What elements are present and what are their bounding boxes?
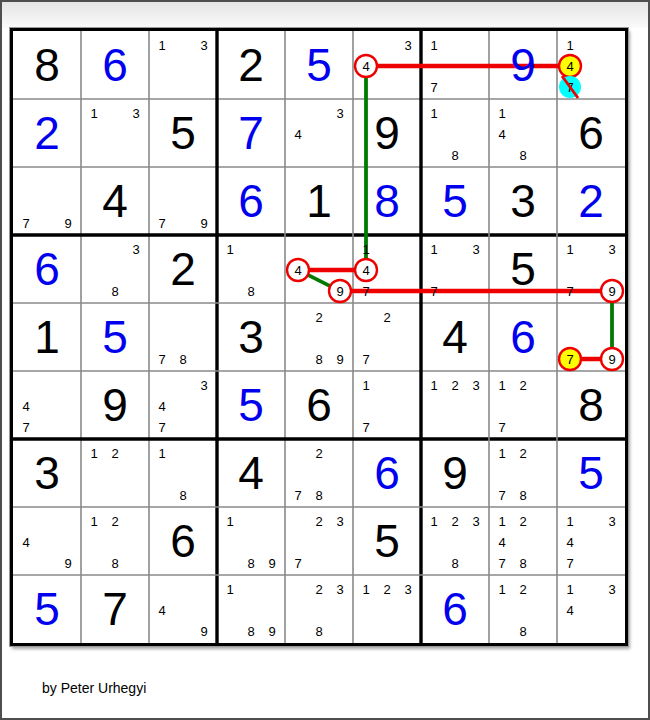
given-digit: 5	[510, 246, 536, 292]
solved-digit: 7	[238, 110, 264, 156]
cell-r9c4[interactable]: 189	[217, 575, 285, 643]
pencil-mark: 8	[519, 557, 526, 570]
pencil-mark: 9	[608, 285, 615, 298]
given-digit: 7	[102, 586, 128, 632]
pencil-mark: 7	[498, 489, 505, 502]
cell-r4c7[interactable]: 137	[421, 235, 489, 303]
cell-r7c3[interactable]: 18	[149, 439, 217, 507]
pencil-mark: 4	[362, 264, 369, 277]
cell-r4c9[interactable]: 1379	[557, 235, 625, 303]
pencil-mark: 8	[315, 489, 322, 502]
pencil-mark: 8	[247, 557, 254, 570]
cell-r8c3[interactable]: 6	[149, 507, 217, 575]
cell-r3c9[interactable]: 2	[557, 167, 625, 235]
cell-r8c9[interactable]: 1347	[557, 507, 625, 575]
pencil-mark: 3	[608, 583, 615, 596]
pencil-mark: 7	[158, 421, 165, 434]
cell-r6c2[interactable]: 9	[81, 371, 149, 439]
cell-r5c1[interactable]: 1	[13, 303, 81, 371]
pencil-mark: 3	[608, 515, 615, 528]
pencil-mark: 4	[294, 128, 301, 141]
pencil-mark: 3	[336, 515, 343, 528]
pencil-mark: 1	[430, 515, 437, 528]
pencil-mark: 1	[362, 583, 369, 596]
pencil-mark: 4	[566, 60, 573, 73]
pencil-mark: 7	[294, 489, 301, 502]
cell-r2c2[interactable]: 13	[81, 99, 149, 167]
cell-r1c7[interactable]: 17	[421, 31, 489, 99]
pencil-mark: 2	[383, 583, 390, 596]
pencil-mark: 2	[315, 515, 322, 528]
cell-r5c5[interactable]: 289	[285, 303, 353, 371]
pencil-mark: 2	[111, 515, 118, 528]
pencil-mark: 3	[132, 107, 139, 120]
given-digit: 9	[374, 110, 400, 156]
pencil-mark: 3	[404, 39, 411, 52]
pencil-mark: 2	[519, 379, 526, 392]
cell-r7c7[interactable]: 9	[421, 439, 489, 507]
cell-r9c6[interactable]: 123	[353, 575, 421, 643]
pencil-mark: 3	[336, 583, 343, 596]
solved-digit: 2	[578, 178, 604, 224]
solved-digit: 6	[238, 178, 264, 224]
pencil-mark: 9	[336, 353, 343, 366]
cell-r3c1[interactable]: 79	[13, 167, 81, 235]
cell-r4c8[interactable]: 5	[489, 235, 557, 303]
pencil-mark: 4	[22, 400, 29, 413]
pencil-mark: 1	[566, 583, 573, 596]
pencil-mark: 3	[404, 583, 411, 596]
cell-r1c1[interactable]: 8	[13, 31, 81, 99]
pencil-mark: 4	[498, 128, 505, 141]
cells-layer: 8613253417914721357349181486794796185326…	[13, 31, 625, 643]
given-digit: 4	[442, 314, 468, 360]
pencil-mark: 1	[566, 515, 573, 528]
cell-r7c6[interactable]: 6	[353, 439, 421, 507]
pencil-mark: 1	[430, 243, 437, 256]
pencil-mark: 9	[64, 557, 71, 570]
given-digit: 6	[170, 518, 196, 564]
pencil-mark: 8	[247, 285, 254, 298]
cell-r6c5[interactable]: 6	[285, 371, 353, 439]
pencil-mark: 4	[158, 604, 165, 617]
cell-r7c9[interactable]: 5	[557, 439, 625, 507]
cell-r6c4[interactable]: 5	[217, 371, 285, 439]
pencil-mark: 1	[226, 243, 233, 256]
pencil-mark: 7	[294, 557, 301, 570]
cell-r6c1[interactable]: 47	[13, 371, 81, 439]
pencil-mark: 8	[315, 353, 322, 366]
cell-r5c8[interactable]: 6	[489, 303, 557, 371]
pencil-mark: 1	[498, 447, 505, 460]
cell-r5c7[interactable]: 4	[421, 303, 489, 371]
pencil-mark: 7	[362, 285, 369, 298]
pencil-mark: 4	[22, 536, 29, 549]
given-digit: 6	[306, 382, 332, 428]
cell-r8c8[interactable]: 12478	[489, 507, 557, 575]
pencil-mark: 8	[519, 149, 526, 162]
pencil-mark: 2	[315, 583, 322, 596]
pencil-mark: 1	[90, 447, 97, 460]
cell-r4c5[interactable]: 49	[285, 235, 353, 303]
pencil-mark: 3	[608, 243, 615, 256]
given-digit: 1	[34, 314, 60, 360]
given-digit: 3	[238, 314, 264, 360]
pencil-mark: 2	[315, 447, 322, 460]
cell-r2c3[interactable]: 5	[149, 99, 217, 167]
pencil-mark: 8	[111, 285, 118, 298]
cell-r3c5[interactable]: 1	[285, 167, 353, 235]
cell-r6c6[interactable]: 17	[353, 371, 421, 439]
pencil-mark: 3	[132, 243, 139, 256]
cell-r3c6[interactable]: 8	[353, 167, 421, 235]
pencil-mark: 1	[90, 515, 97, 528]
pencil-mark: 7	[362, 353, 369, 366]
solved-digit: 6	[442, 586, 468, 632]
cell-r9c1[interactable]: 5	[13, 575, 81, 643]
cell-r9c3[interactable]: 49	[149, 575, 217, 643]
cell-r7c5[interactable]: 278	[285, 439, 353, 507]
pencil-mark: 8	[247, 625, 254, 638]
pencil-mark: 1	[362, 243, 369, 256]
pencil-mark: 7	[362, 421, 369, 434]
cell-r2c1[interactable]: 2	[13, 99, 81, 167]
cell-r9c2[interactable]: 7	[81, 575, 149, 643]
pencil-mark: 7	[22, 217, 29, 230]
pencil-mark: 2	[519, 583, 526, 596]
cell-r7c1[interactable]: 3	[13, 439, 81, 507]
solved-digit: 5	[34, 586, 60, 632]
solved-digit: 5	[442, 178, 468, 224]
solved-digit: 6	[374, 450, 400, 496]
given-digit: 4	[238, 450, 264, 496]
pencil-mark: 9	[268, 557, 275, 570]
cell-r4c3[interactable]: 2	[149, 235, 217, 303]
cell-r7c8[interactable]: 1278	[489, 439, 557, 507]
pencil-mark: 4	[362, 60, 369, 73]
pencil-mark: 9	[200, 217, 207, 230]
pencil-mark: 8	[451, 557, 458, 570]
cell-r5c3[interactable]: 78	[149, 303, 217, 371]
cell-r6c8[interactable]: 127	[489, 371, 557, 439]
pencil-mark: 1	[158, 447, 165, 460]
given-digit: 8	[34, 42, 60, 88]
pencil-mark: 8	[519, 489, 526, 502]
pencil-mark: 2	[451, 379, 458, 392]
pencil-mark: 9	[200, 625, 207, 638]
pencil-mark: 2	[519, 447, 526, 460]
pencil-mark: 9	[608, 353, 615, 366]
cell-r1c5[interactable]: 5	[285, 31, 353, 99]
pencil-mark: 8	[315, 625, 322, 638]
cell-r8c5[interactable]: 237	[285, 507, 353, 575]
cell-r2c8[interactable]: 148	[489, 99, 557, 167]
cell-r3c7[interactable]: 5	[421, 167, 489, 235]
pencil-mark: 7	[566, 557, 573, 570]
cell-r1c6[interactable]: 34	[353, 31, 421, 99]
cell-r9c8[interactable]: 128	[489, 575, 557, 643]
pencil-mark: 3	[472, 515, 479, 528]
pencil-mark: 3	[336, 107, 343, 120]
cell-r3c4[interactable]: 6	[217, 167, 285, 235]
cell-r5c4[interactable]: 3	[217, 303, 285, 371]
cell-r1c8[interactable]: 9	[489, 31, 557, 99]
given-digit: 4	[102, 178, 128, 224]
pencil-mark: 4	[566, 536, 573, 549]
given-digit: 2	[238, 42, 264, 88]
pencil-mark: 7	[498, 557, 505, 570]
cell-r8c6[interactable]: 5	[353, 507, 421, 575]
cell-r2c4[interactable]: 7	[217, 99, 285, 167]
solved-digit: 5	[238, 382, 264, 428]
pencil-mark: 8	[179, 353, 186, 366]
top-strip	[2, 2, 648, 28]
solved-digit: 5	[306, 42, 332, 88]
given-digit: 1	[306, 178, 332, 224]
pencil-mark: 1	[430, 39, 437, 52]
cell-r7c4[interactable]: 4	[217, 439, 285, 507]
cell-r3c2[interactable]: 4	[81, 167, 149, 235]
pencil-mark: 7	[22, 421, 29, 434]
cell-r4c1[interactable]: 6	[13, 235, 81, 303]
cell-r2c7[interactable]: 18	[421, 99, 489, 167]
cell-r5c6[interactable]: 27	[353, 303, 421, 371]
pencil-mark: 1	[430, 379, 437, 392]
pencil-mark: 2	[519, 515, 526, 528]
solved-digit: 6	[510, 314, 536, 360]
cell-r1c4[interactable]: 2	[217, 31, 285, 99]
footer-credit: by Peter Urhegyi	[42, 680, 146, 696]
pencil-mark: 1	[566, 39, 573, 52]
sudoku-board: 8613253417914721357349181486794796185326…	[10, 28, 628, 646]
pencil-mark: 7	[566, 285, 573, 298]
cell-r1c2[interactable]: 6	[81, 31, 149, 99]
cell-r6c7[interactable]: 123	[421, 371, 489, 439]
pencil-mark: 4	[158, 400, 165, 413]
pencil-mark: 2	[315, 311, 322, 324]
cell-r1c3[interactable]: 13	[149, 31, 217, 99]
cell-r2c6[interactable]: 9	[353, 99, 421, 167]
pencil-mark: 1	[566, 243, 573, 256]
pencil-mark: 7	[430, 285, 437, 298]
pencil-mark: 1	[90, 107, 97, 120]
pencil-mark: 7	[158, 353, 165, 366]
solved-digit: 6	[102, 42, 128, 88]
solved-digit: 9	[510, 42, 536, 88]
given-digit: 3	[34, 450, 60, 496]
pencil-mark: 8	[451, 149, 458, 162]
given-digit: 3	[510, 178, 536, 224]
pencil-mark: 2	[383, 311, 390, 324]
cell-r9c5[interactable]: 238	[285, 575, 353, 643]
cell-r4c2[interactable]: 38	[81, 235, 149, 303]
cell-r8c1[interactable]: 49	[13, 507, 81, 575]
cell-r5c9[interactable]: 79	[557, 303, 625, 371]
cell-r5c2[interactable]: 5	[81, 303, 149, 371]
pencil-mark: 3	[472, 379, 479, 392]
cell-r2c9[interactable]: 6	[557, 99, 625, 167]
cell-r4c4[interactable]: 18	[217, 235, 285, 303]
pencil-mark: 1	[498, 379, 505, 392]
solved-digit: 8	[374, 178, 400, 224]
cell-r8c2[interactable]: 128	[81, 507, 149, 575]
solved-digit: 5	[578, 450, 604, 496]
pencil-mark: 8	[111, 557, 118, 570]
pencil-mark: 9	[268, 625, 275, 638]
given-digit: 9	[102, 382, 128, 428]
cell-r2c5[interactable]: 34	[285, 99, 353, 167]
pencil-mark: 4	[566, 604, 573, 617]
given-digit: 6	[578, 110, 604, 156]
cell-r9c7[interactable]: 6	[421, 575, 489, 643]
pencil-mark: 7	[498, 421, 505, 434]
pencil-mark: 3	[472, 243, 479, 256]
pencil-mark: 7	[158, 217, 165, 230]
page-frame: 8613253417914721357349181486794796185326…	[0, 0, 650, 720]
pencil-mark: 1	[498, 583, 505, 596]
pencil-mark: 1	[362, 379, 369, 392]
cell-r1c9[interactable]: 147	[557, 31, 625, 99]
given-digit: 5	[170, 110, 196, 156]
pencil-mark: 9	[336, 285, 343, 298]
given-digit: 5	[374, 518, 400, 564]
cell-r6c9[interactable]: 8	[557, 371, 625, 439]
cell-r3c3[interactable]: 79	[149, 167, 217, 235]
cell-r8c4[interactable]: 189	[217, 507, 285, 575]
pencil-mark: 1	[498, 107, 505, 120]
pencil-mark: 8	[179, 489, 186, 502]
cell-r3c8[interactable]: 3	[489, 167, 557, 235]
given-digit: 8	[578, 382, 604, 428]
solved-digit: 6	[34, 246, 60, 292]
cell-r9c9[interactable]: 134	[557, 575, 625, 643]
cell-r4c6[interactable]: 147	[353, 235, 421, 303]
cell-r8c7[interactable]: 1238	[421, 507, 489, 575]
pencil-mark: 3	[200, 39, 207, 52]
solved-digit: 2	[34, 110, 60, 156]
pencil-mark: 3	[200, 379, 207, 392]
given-digit: 2	[170, 246, 196, 292]
pencil-mark: 1	[430, 107, 437, 120]
pencil-mark: 1	[158, 39, 165, 52]
solved-digit: 5	[102, 314, 128, 360]
given-digit: 9	[442, 450, 468, 496]
pencil-mark: 4	[294, 264, 301, 277]
cell-r6c3[interactable]: 347	[149, 371, 217, 439]
pencil-mark: 7	[566, 353, 573, 366]
pencil-mark: 2	[451, 515, 458, 528]
pencil-mark: 9	[64, 217, 71, 230]
pencil-mark: 4	[498, 536, 505, 549]
pencil-mark: 7	[566, 81, 573, 94]
pencil-mark: 1	[226, 583, 233, 596]
pencil-mark: 1	[226, 515, 233, 528]
pencil-mark: 8	[519, 625, 526, 638]
pencil-mark: 1	[498, 515, 505, 528]
cell-r7c2[interactable]: 12	[81, 439, 149, 507]
pencil-mark: 2	[111, 447, 118, 460]
pencil-mark: 7	[430, 81, 437, 94]
